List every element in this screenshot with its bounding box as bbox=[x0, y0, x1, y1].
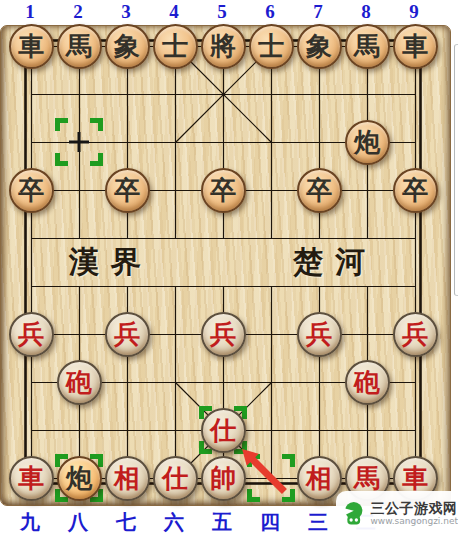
file-label-bot-6: 四 bbox=[256, 509, 284, 536]
piece-red-soldier[interactable]: 兵 bbox=[297, 312, 342, 357]
piece-black-advisor[interactable]: 士 bbox=[153, 24, 198, 69]
file-label-bot-1: 九 bbox=[16, 509, 44, 536]
piece-black-cannon[interactable]: 炮 bbox=[345, 120, 390, 165]
site-watermark: 三公子游戏网 www.sangongzi.net bbox=[336, 491, 458, 537]
piece-red-advisor[interactable]: 仕 bbox=[153, 456, 198, 501]
piece-black-soldier[interactable]: 卒 bbox=[201, 168, 246, 213]
piece-red-general[interactable]: 帥 bbox=[201, 456, 246, 501]
piece-red-soldier[interactable]: 兵 bbox=[9, 312, 54, 357]
piece-black-advisor[interactable]: 士 bbox=[249, 24, 294, 69]
piece-black-soldier[interactable]: 卒 bbox=[105, 168, 150, 213]
file-label-top-5: 5 bbox=[208, 1, 236, 23]
file-label-top-7: 7 bbox=[304, 1, 332, 23]
xiangqi-board[interactable]: 漢界 楚河 車馬象士將士象馬車炮卒卒卒卒卒炮兵兵兵兵兵砲砲仕車相仕帥相馬車 bbox=[0, 25, 451, 506]
panel-edge-line bbox=[454, 44, 458, 296]
piece-red-cannon[interactable]: 砲 bbox=[345, 360, 390, 405]
piece-red-soldier[interactable]: 兵 bbox=[105, 312, 150, 357]
file-label-bot-7: 三 bbox=[304, 509, 332, 536]
piece-black-chariot[interactable]: 車 bbox=[393, 24, 438, 69]
piece-black-soldier[interactable]: 卒 bbox=[297, 168, 342, 213]
file-label-bot-3: 七 bbox=[112, 509, 140, 536]
piece-black-general[interactable]: 將 bbox=[201, 24, 246, 69]
piece-red-cannon[interactable]: 砲 bbox=[57, 360, 102, 405]
file-label-top-1: 1 bbox=[16, 1, 44, 23]
piece-black-elephant[interactable]: 象 bbox=[105, 24, 150, 69]
pieces-layer: 車馬象士將士象馬車炮卒卒卒卒卒炮兵兵兵兵兵砲砲仕車相仕帥相馬車 bbox=[1, 26, 453, 507]
page-edge-strip bbox=[451, 0, 458, 537]
piece-black-cannon[interactable]: 炮 bbox=[57, 456, 102, 501]
file-label-bot-5: 五 bbox=[208, 509, 236, 536]
piece-red-soldier[interactable]: 兵 bbox=[393, 312, 438, 357]
piece-red-chariot[interactable]: 車 bbox=[9, 456, 54, 501]
piece-red-elephant[interactable]: 相 bbox=[105, 456, 150, 501]
site-logo-icon bbox=[341, 498, 366, 530]
piece-red-elephant[interactable]: 相 bbox=[297, 456, 342, 501]
piece-black-horse[interactable]: 馬 bbox=[57, 24, 102, 69]
piece-black-horse[interactable]: 馬 bbox=[345, 24, 390, 69]
file-label-top-2: 2 bbox=[64, 1, 92, 23]
top-file-labels: 123456789 bbox=[0, 1, 452, 25]
file-label-top-3: 3 bbox=[112, 1, 140, 23]
watermark-site-name: 三公子游戏网 bbox=[370, 501, 458, 516]
piece-black-chariot[interactable]: 車 bbox=[9, 24, 54, 69]
piece-black-soldier[interactable]: 卒 bbox=[393, 168, 438, 213]
file-label-bot-2: 八 bbox=[64, 509, 92, 536]
file-label-bot-4: 六 bbox=[160, 509, 188, 536]
watermark-text: 三公子游戏网 www.sangongzi.net bbox=[370, 501, 458, 526]
file-label-top-6: 6 bbox=[256, 1, 284, 23]
file-label-top-9: 9 bbox=[400, 1, 428, 23]
piece-black-soldier[interactable]: 卒 bbox=[9, 168, 54, 213]
file-label-top-4: 4 bbox=[160, 1, 188, 23]
watermark-site-url: www.sangongzi.net bbox=[370, 517, 458, 527]
file-label-top-8: 8 bbox=[352, 1, 380, 23]
piece-red-soldier[interactable]: 兵 bbox=[201, 312, 246, 357]
piece-red-advisor[interactable]: 仕 bbox=[201, 408, 246, 453]
piece-black-elephant[interactable]: 象 bbox=[297, 24, 342, 69]
